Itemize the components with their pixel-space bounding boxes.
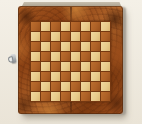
square-b3[interactable] bbox=[41, 72, 50, 81]
square-h1[interactable] bbox=[101, 92, 110, 101]
square-b4[interactable] bbox=[41, 62, 50, 71]
square-a5[interactable] bbox=[31, 52, 40, 61]
square-g3[interactable] bbox=[91, 72, 100, 81]
square-g6[interactable] bbox=[91, 42, 100, 51]
square-c6[interactable] bbox=[51, 42, 60, 51]
square-d2[interactable] bbox=[61, 82, 70, 91]
square-b2[interactable] bbox=[41, 82, 50, 91]
latch-clasp bbox=[10, 54, 16, 64]
square-f3[interactable] bbox=[81, 72, 90, 81]
square-d3[interactable] bbox=[61, 72, 70, 81]
square-d1[interactable] bbox=[61, 92, 70, 101]
square-a4[interactable] bbox=[31, 62, 40, 71]
square-h3[interactable] bbox=[101, 72, 110, 81]
square-d6[interactable] bbox=[61, 42, 70, 51]
square-c8[interactable] bbox=[51, 22, 60, 31]
square-f5[interactable] bbox=[81, 52, 90, 61]
square-e3[interactable] bbox=[71, 72, 80, 81]
square-a1[interactable] bbox=[31, 92, 40, 101]
square-d5[interactable] bbox=[61, 52, 70, 61]
square-a6[interactable] bbox=[31, 42, 40, 51]
square-c4[interactable] bbox=[51, 62, 60, 71]
square-g7[interactable] bbox=[91, 32, 100, 41]
square-a3[interactable] bbox=[31, 72, 40, 81]
square-f7[interactable] bbox=[81, 32, 90, 41]
latch-hook-icon bbox=[8, 56, 14, 63]
square-e1[interactable] bbox=[71, 92, 80, 101]
square-f6[interactable] bbox=[81, 42, 90, 51]
square-c7[interactable] bbox=[51, 32, 60, 41]
square-h2[interactable] bbox=[101, 82, 110, 91]
square-g1[interactable] bbox=[91, 92, 100, 101]
playing-area bbox=[30, 21, 111, 102]
square-h6[interactable] bbox=[101, 42, 110, 51]
square-c3[interactable] bbox=[51, 72, 60, 81]
square-a8[interactable] bbox=[31, 22, 40, 31]
square-a7[interactable] bbox=[31, 32, 40, 41]
square-c1[interactable] bbox=[51, 92, 60, 101]
square-a2[interactable] bbox=[31, 82, 40, 91]
fold-seam-top bbox=[70, 7, 72, 21]
board-photo-scene bbox=[0, 0, 142, 124]
square-g4[interactable] bbox=[91, 62, 100, 71]
chess-board bbox=[18, 6, 123, 114]
square-b8[interactable] bbox=[41, 22, 50, 31]
square-d7[interactable] bbox=[61, 32, 70, 41]
square-h4[interactable] bbox=[101, 62, 110, 71]
square-f4[interactable] bbox=[81, 62, 90, 71]
square-e8[interactable] bbox=[71, 22, 80, 31]
square-f8[interactable] bbox=[81, 22, 90, 31]
square-f2[interactable] bbox=[81, 82, 90, 91]
square-b7[interactable] bbox=[41, 32, 50, 41]
square-e5[interactable] bbox=[71, 52, 80, 61]
square-d8[interactable] bbox=[61, 22, 70, 31]
square-c2[interactable] bbox=[51, 82, 60, 91]
square-b1[interactable] bbox=[41, 92, 50, 101]
square-d4[interactable] bbox=[61, 62, 70, 71]
square-h8[interactable] bbox=[101, 22, 110, 31]
square-c5[interactable] bbox=[51, 52, 60, 61]
square-e2[interactable] bbox=[71, 82, 80, 91]
square-h5[interactable] bbox=[101, 52, 110, 61]
square-g8[interactable] bbox=[91, 22, 100, 31]
square-e6[interactable] bbox=[71, 42, 80, 51]
square-e4[interactable] bbox=[71, 62, 80, 71]
square-f1[interactable] bbox=[81, 92, 90, 101]
square-e7[interactable] bbox=[71, 32, 80, 41]
square-g2[interactable] bbox=[91, 82, 100, 91]
square-b6[interactable] bbox=[41, 42, 50, 51]
square-b5[interactable] bbox=[41, 52, 50, 61]
square-h7[interactable] bbox=[101, 32, 110, 41]
square-g5[interactable] bbox=[91, 52, 100, 61]
